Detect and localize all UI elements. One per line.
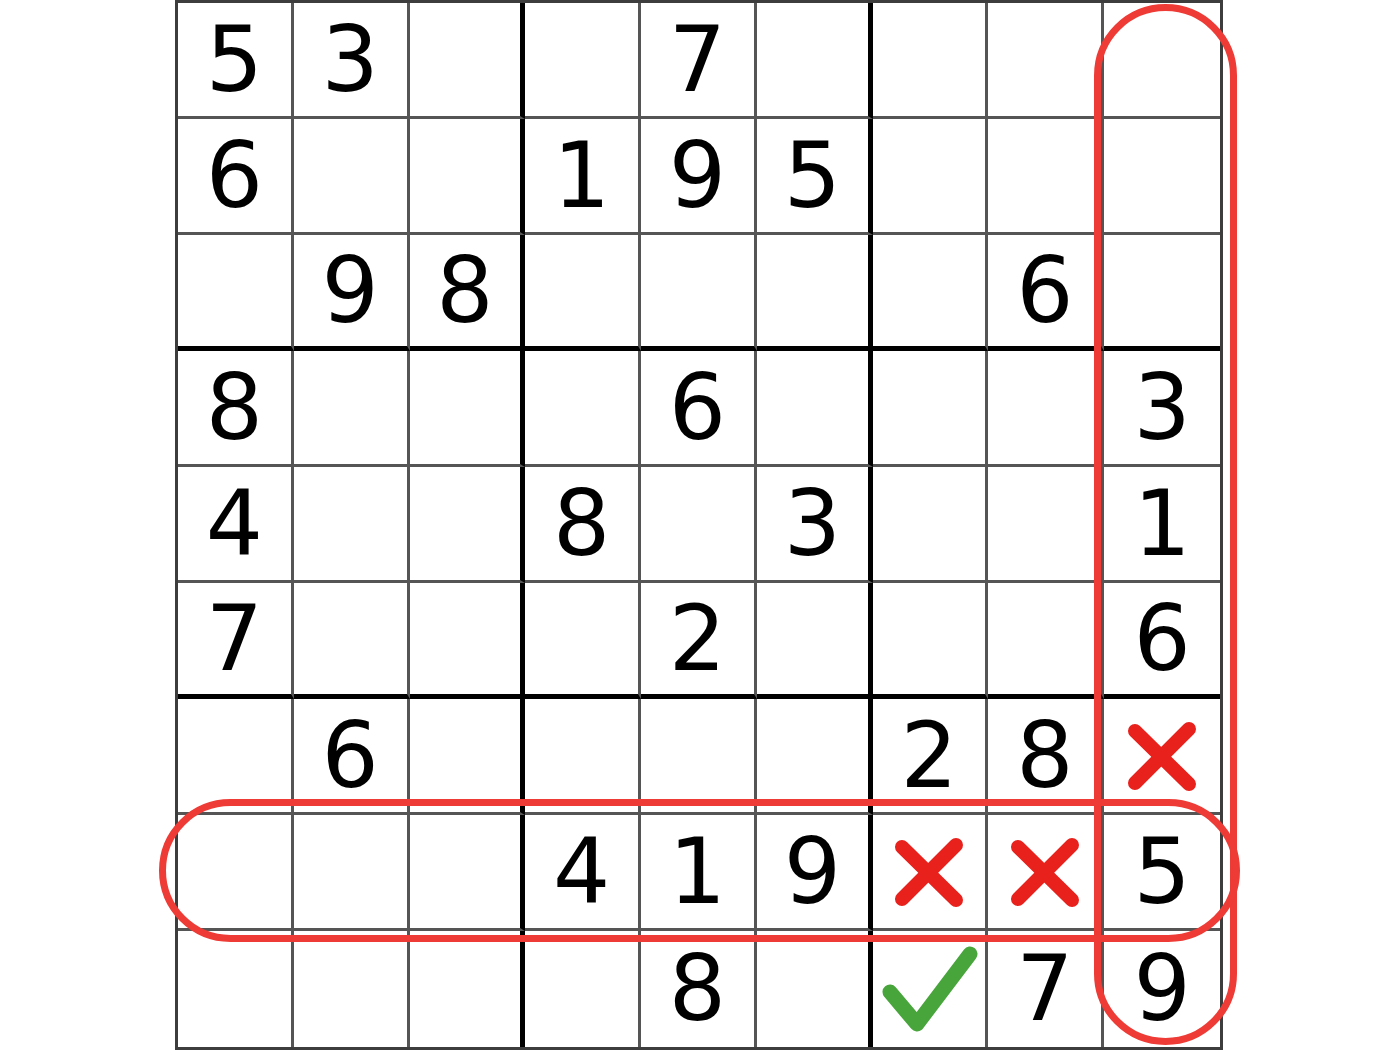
- cell-r8c9[interactable]: 5: [1104, 815, 1220, 931]
- cell-r3c3[interactable]: 8: [410, 235, 526, 351]
- cell-r4c3[interactable]: [410, 351, 526, 467]
- given-digit-6: 6: [322, 711, 379, 801]
- cell-r9c3[interactable]: [410, 931, 526, 1047]
- given-digit-9: 9: [784, 827, 841, 917]
- cell-r5c5[interactable]: [641, 467, 757, 583]
- cell-r4c1[interactable]: 8: [178, 351, 294, 467]
- cell-r5c7[interactable]: [873, 467, 989, 583]
- cell-r6c1[interactable]: 7: [178, 583, 294, 699]
- cell-r6c4[interactable]: [525, 583, 641, 699]
- cell-r6c2[interactable]: [294, 583, 410, 699]
- given-digit-4: 4: [206, 479, 263, 569]
- cell-r7c4[interactable]: [525, 699, 641, 815]
- given-digit-3: 3: [322, 15, 379, 105]
- given-digit-3: 3: [784, 479, 841, 569]
- given-digit-8: 8: [553, 479, 610, 569]
- given-digit-8: 8: [206, 363, 263, 453]
- given-digit-9: 9: [322, 246, 379, 336]
- cell-r7c1[interactable]: [178, 699, 294, 815]
- cell-r8c2[interactable]: [294, 815, 410, 931]
- cell-r6c8[interactable]: [988, 583, 1104, 699]
- cell-r3c9[interactable]: [1104, 235, 1220, 351]
- cell-r5c1[interactable]: 4: [178, 467, 294, 583]
- cell-r9c7[interactable]: [873, 931, 989, 1047]
- given-digit-5: 5: [1133, 827, 1190, 917]
- given-digit-7: 7: [1016, 944, 1073, 1034]
- cell-r4c8[interactable]: [988, 351, 1104, 467]
- given-digit-6: 6: [669, 363, 726, 453]
- given-digit-5: 5: [206, 15, 263, 105]
- cell-r2c3[interactable]: [410, 119, 526, 235]
- cell-r5c2[interactable]: [294, 467, 410, 583]
- cell-r7c2[interactable]: 6: [294, 699, 410, 815]
- cell-r1c6[interactable]: [757, 3, 873, 119]
- cell-r8c5[interactable]: 1: [641, 815, 757, 931]
- cell-r1c1[interactable]: 5: [178, 3, 294, 119]
- cell-r7c9[interactable]: [1104, 699, 1220, 815]
- sudoku-board: 537619598686348317266284195879: [175, 0, 1223, 1050]
- given-digit-9: 9: [1133, 944, 1190, 1034]
- cell-r7c7[interactable]: 2: [873, 699, 989, 815]
- cell-r8c7[interactable]: [873, 815, 989, 931]
- cell-r1c7[interactable]: [873, 3, 989, 119]
- given-digit-1: 1: [553, 131, 610, 221]
- cell-r9c8[interactable]: 7: [988, 931, 1104, 1047]
- cell-r9c6[interactable]: [757, 931, 873, 1047]
- cell-r3c7[interactable]: [873, 235, 989, 351]
- given-digit-5: 5: [784, 131, 841, 221]
- cell-r2c7[interactable]: [873, 119, 989, 235]
- given-digit-2: 2: [900, 711, 957, 801]
- cell-r8c8[interactable]: [988, 815, 1104, 931]
- given-digit-3: 3: [1133, 363, 1190, 453]
- cell-r9c5[interactable]: 8: [641, 931, 757, 1047]
- given-digit-7: 7: [669, 15, 726, 105]
- cell-r9c9[interactable]: 9: [1104, 931, 1220, 1047]
- cell-r1c8[interactable]: [988, 3, 1104, 119]
- cell-r3c8[interactable]: 6: [988, 235, 1104, 351]
- cell-r2c9[interactable]: [1104, 119, 1220, 235]
- cell-r3c4[interactable]: [525, 235, 641, 351]
- x-mark-icon: [890, 833, 968, 911]
- cell-r2c2[interactable]: [294, 119, 410, 235]
- cell-r5c4[interactable]: 8: [525, 467, 641, 583]
- cell-r2c8[interactable]: [988, 119, 1104, 235]
- x-mark-icon: [1123, 717, 1201, 795]
- cell-r4c2[interactable]: [294, 351, 410, 467]
- cell-r2c1[interactable]: 6: [178, 119, 294, 235]
- cell-r4c7[interactable]: [873, 351, 989, 467]
- cell-r1c4[interactable]: [525, 3, 641, 119]
- check-mark-icon: [880, 944, 978, 1034]
- cell-r1c5[interactable]: 7: [641, 3, 757, 119]
- cell-r7c8[interactable]: 8: [988, 699, 1104, 815]
- cell-r7c3[interactable]: [410, 699, 526, 815]
- cell-r1c9[interactable]: [1104, 3, 1220, 119]
- cell-r3c6[interactable]: [757, 235, 873, 351]
- given-digit-8: 8: [669, 944, 726, 1034]
- cell-r2c4[interactable]: 1: [525, 119, 641, 235]
- given-digit-8: 8: [1016, 711, 1073, 801]
- cell-r7c5[interactable]: [641, 699, 757, 815]
- sudoku-page: 537619598686348317266284195879: [0, 0, 1400, 1050]
- given-digit-6: 6: [206, 131, 263, 221]
- cell-r4c9[interactable]: 3: [1104, 351, 1220, 467]
- given-digit-4: 4: [553, 827, 610, 917]
- cell-r3c1[interactable]: [178, 235, 294, 351]
- cell-r1c2[interactable]: 3: [294, 3, 410, 119]
- given-digit-1: 1: [669, 827, 726, 917]
- cell-r6c9[interactable]: 6: [1104, 583, 1220, 699]
- given-digit-2: 2: [669, 594, 726, 684]
- given-digit-6: 6: [1016, 246, 1073, 336]
- cell-r3c5[interactable]: [641, 235, 757, 351]
- cell-r2c5[interactable]: 9: [641, 119, 757, 235]
- cell-r3c2[interactable]: 9: [294, 235, 410, 351]
- given-digit-9: 9: [669, 131, 726, 221]
- cell-r6c3[interactable]: [410, 583, 526, 699]
- cell-r8c4[interactable]: 4: [525, 815, 641, 931]
- cell-r7c6[interactable]: [757, 699, 873, 815]
- given-digit-6: 6: [1133, 594, 1190, 684]
- cell-r1c3[interactable]: [410, 3, 526, 119]
- given-digit-1: 1: [1133, 479, 1190, 569]
- cell-r8c3[interactable]: [410, 815, 526, 931]
- cell-r6c7[interactable]: [873, 583, 989, 699]
- cell-r4c4[interactable]: [525, 351, 641, 467]
- cell-r2c6[interactable]: 5: [757, 119, 873, 235]
- cell-r4c6[interactable]: [757, 351, 873, 467]
- cell-r5c9[interactable]: 1: [1104, 467, 1220, 583]
- cell-r5c6[interactable]: 3: [757, 467, 873, 583]
- given-digit-7: 7: [206, 594, 263, 684]
- cell-r6c6[interactable]: [757, 583, 873, 699]
- x-mark-icon: [1006, 833, 1084, 911]
- cell-r9c1[interactable]: [178, 931, 294, 1047]
- cell-r9c4[interactable]: [525, 931, 641, 1047]
- given-digit-8: 8: [436, 246, 493, 336]
- cell-r6c5[interactable]: 2: [641, 583, 757, 699]
- cell-r8c6[interactable]: 9: [757, 815, 873, 931]
- cell-r8c1[interactable]: [178, 815, 294, 931]
- cell-r4c5[interactable]: 6: [641, 351, 757, 467]
- cell-r9c2[interactable]: [294, 931, 410, 1047]
- cell-r5c8[interactable]: [988, 467, 1104, 583]
- cell-r5c3[interactable]: [410, 467, 526, 583]
